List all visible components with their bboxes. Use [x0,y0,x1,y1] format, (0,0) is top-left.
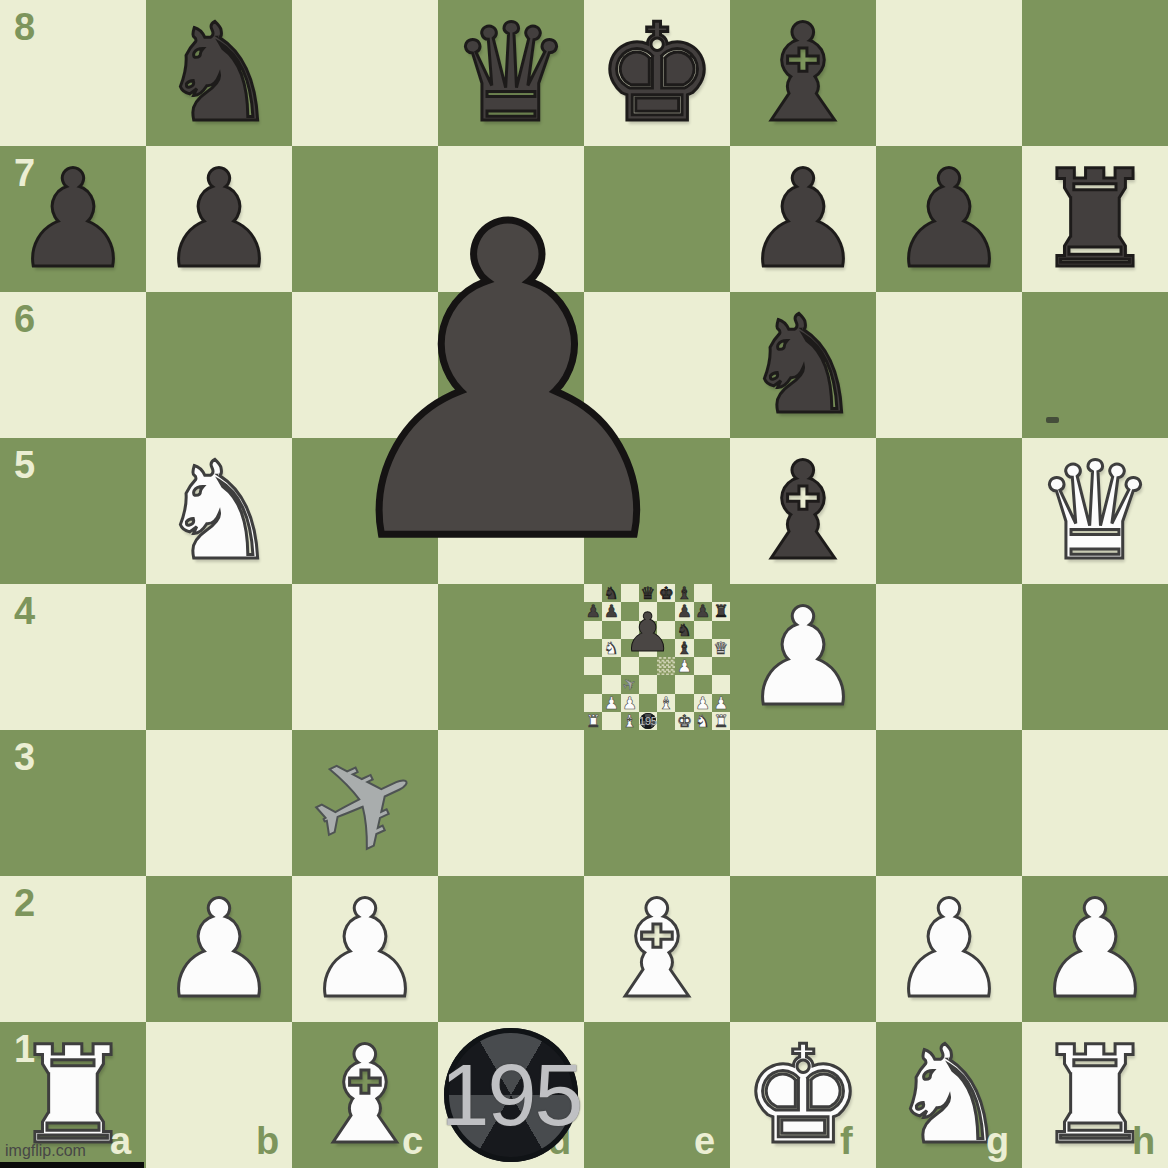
rank-label-2: 2 [14,882,35,925]
square-e3 [657,675,675,693]
white-piece-P-g2[interactable]: ♟ [876,876,1022,1022]
square-f2[interactable] [730,876,876,1022]
h6-speck-artifact [1046,417,1059,423]
square-c8 [621,584,639,602]
square-f3 [675,675,693,693]
square-f1[interactable]: ♚ [730,1022,876,1168]
white-piece-N-g1: ♞ [694,712,712,730]
square-g5 [694,639,712,657]
square-d3[interactable] [438,730,584,876]
square-e1 [657,712,675,730]
square-h6 [712,621,730,639]
square-b7: ♟ [602,602,620,620]
square-f4[interactable]: ♟ [730,584,876,730]
square-d3 [639,675,657,693]
white-piece-R-h1: ♜ [712,712,730,730]
black-piece-B-f8[interactable]: ♝ [730,0,876,146]
file-label-g: g [986,1120,1009,1163]
white-piece-R-a1: ♜ [584,712,602,730]
square-c2: ♟ [621,694,639,712]
square-b3 [602,675,620,693]
square-a3 [584,675,602,693]
imgflip-views-badge: 195 [444,1028,578,1162]
rank-label-3: 3 [14,736,35,779]
white-piece-P-f4: ♟ [675,657,693,675]
square-g4[interactable] [876,584,1022,730]
square-a1: ♜ [584,712,602,730]
square-f7[interactable]: ♟ [730,146,876,292]
rank-label-8: 8 [14,6,35,49]
black-piece-N-b8: ♞ [602,584,620,602]
square-h3 [712,675,730,693]
white-piece-K-f1: ♚ [675,712,693,730]
white-piece-P-f4[interactable]: ♟ [730,584,876,730]
white-piece-K-f1[interactable]: ♚ [730,1022,876,1168]
square-f5: ♝ [675,639,693,657]
square-d8: ♛ [639,584,657,602]
square-h4[interactable] [1022,584,1168,730]
file-label-b: b [256,1120,279,1163]
white-piece-B-c1: ♝ [621,712,639,730]
square-e2: ♝ [657,694,675,712]
square-a4 [584,657,602,675]
black-piece-R-h7[interactable]: ♜ [1022,146,1168,292]
black-piece-R-h7: ♜ [712,602,730,620]
square-g5[interactable] [876,438,1022,584]
square-g3[interactable] [876,730,1022,876]
rank-label-5: 5 [14,444,35,487]
rank-label-1: 1 [14,1028,35,1071]
square-h5: ♛ [712,639,730,657]
white-piece-P-h2[interactable]: ♟ [1022,876,1168,1022]
square-b2[interactable]: ♟ [146,876,292,1022]
black-piece-N-f6[interactable]: ♞ [730,292,876,438]
rank-label-4: 4 [14,590,35,633]
black-piece-Q-d8: ♛ [639,584,657,602]
black-piece-P-f7[interactable]: ♟ [730,146,876,292]
square-f3[interactable] [730,730,876,876]
square-b3[interactable] [146,730,292,876]
white-piece-N-b5[interactable]: ♞ [146,438,292,584]
square-b8: ♞ [602,584,620,602]
rank-label-7: 7 [14,152,35,195]
giant-black-pawn-overlay: ♟ [393,234,623,536]
square-b7[interactable]: ♟ [146,146,292,292]
square-g6 [694,621,712,639]
white-piece-P-g2: ♟ [694,694,712,712]
rank-label-6: 6 [14,298,35,341]
square-d8[interactable]: ♛ [438,0,584,146]
white-piece-B-e2: ♝ [657,694,675,712]
white-piece-P-c2: ♟ [621,694,639,712]
square-e8: ♚ [657,584,675,602]
square-b5[interactable]: ♞ [146,438,292,584]
square-e8[interactable]: ♚ [584,0,730,146]
square-g1: ♞ [694,712,712,730]
square-h8[interactable] [1022,0,1168,146]
square-f4: ♟ [675,657,693,675]
square-b5: ♞ [602,639,620,657]
giant-black-pawn-overlay: ♟ [633,613,662,651]
square-g8 [694,584,712,602]
file-label-e: e [694,1120,715,1163]
imgflip-views-badge: 195 [640,713,657,730]
views-count: 195 [444,1028,578,1162]
square-g2: ♟ [694,694,712,712]
square-h8 [712,584,730,602]
square-g7[interactable]: ♟ [876,146,1022,292]
square-f2 [675,694,693,712]
square-g4 [694,657,712,675]
square-a6 [584,621,602,639]
black-piece-N-b8[interactable]: ♞ [146,0,292,146]
white-piece-Q-h5: ♛ [712,639,730,657]
square-a7: ♟ [584,602,602,620]
black-piece-Q-d8[interactable]: ♛ [438,0,584,146]
black-piece-B-f8: ♝ [675,584,693,602]
recursive-checker-spot [657,657,675,675]
square-a8 [584,584,602,602]
file-label-a: a [110,1120,131,1163]
white-piece-P-c2[interactable]: ♟ [292,876,438,1022]
square-b6 [602,621,620,639]
square-b4[interactable] [146,584,292,730]
white-piece-Q-h5[interactable]: ♛ [1022,438,1168,584]
square-b4 [602,657,620,675]
square-e3[interactable] [584,730,730,876]
square-f6: ♞ [675,621,693,639]
square-b8[interactable]: ♞ [146,0,292,146]
white-piece-P-b2[interactable]: ♟ [146,876,292,1022]
chess-board: ♞♛♚♝♟♟♟♟♜♞♞♝♛♟♟♟♝♟♟♜♝♚♞♜87654321abcdefgh… [0,0,1168,1168]
square-h2: ♟ [712,694,730,712]
square-g8[interactable] [876,0,1022,146]
square-d2[interactable] [438,876,584,1022]
black-piece-B-f5[interactable]: ♝ [730,438,876,584]
square-a5 [584,639,602,657]
square-h3[interactable] [1022,730,1168,876]
square-h2[interactable]: ♟ [1022,876,1168,1022]
white-piece-P-b2: ♟ [602,694,620,712]
square-b6[interactable] [146,292,292,438]
square-g7: ♟ [694,602,712,620]
square-h7[interactable]: ♜ [1022,146,1168,292]
views-count: 195 [640,713,657,730]
white-piece-P-h2: ♟ [712,694,730,712]
square-d2 [639,694,657,712]
square-a2 [584,694,602,712]
black-piece-N-f6: ♞ [675,621,693,639]
imgflip-watermark: imgflip.com [5,1142,86,1160]
square-h6[interactable] [1022,292,1168,438]
square-f7: ♟ [675,602,693,620]
square-c8[interactable] [292,0,438,146]
black-piece-P-b7: ♟ [602,602,620,620]
black-piece-P-b7[interactable]: ♟ [146,146,292,292]
square-b1 [602,712,620,730]
square-e2[interactable]: ♝ [584,876,730,1022]
black-piece-P-g7[interactable]: ♟ [876,146,1022,292]
square-g3 [694,675,712,693]
black-piece-P-f7: ♟ [675,602,693,620]
square-f8[interactable]: ♝ [730,0,876,146]
black-piece-K-e8[interactable]: ♚ [584,0,730,146]
black-piece-P-g7: ♟ [694,602,712,620]
square-c2[interactable]: ♟ [292,876,438,1022]
file-label-c: c [402,1120,423,1163]
square-f1: ♚ [675,712,693,730]
square-h1: ♜ [712,712,730,730]
white-piece-N-b5: ♞ [602,639,620,657]
square-h5[interactable]: ♛ [1022,438,1168,584]
square-c1: ♝ [621,712,639,730]
square-b2: ♟ [602,694,620,712]
square-f8: ♝ [675,584,693,602]
square-h4 [712,657,730,675]
square-g2[interactable]: ♟ [876,876,1022,1022]
white-piece-B-e2[interactable]: ♝ [584,876,730,1022]
square-h7: ♜ [712,602,730,620]
file-label-f: f [840,1120,853,1163]
file-label-h: h [1132,1120,1155,1163]
black-piece-P-a7: ♟ [584,602,602,620]
square-f6[interactable]: ♞ [730,292,876,438]
black-piece-K-e8: ♚ [657,584,675,602]
square-f5[interactable]: ♝ [730,438,876,584]
black-piece-B-f5: ♝ [675,639,693,657]
recursive-mini-board-image: ♞♛♚♝♟♟♟♟♜♞♞♝♛♟♟♟♝♟♟♜♝♚♞♜♟✈195 [584,584,730,730]
watermark-bar [0,1162,144,1168]
square-g6[interactable] [876,292,1022,438]
